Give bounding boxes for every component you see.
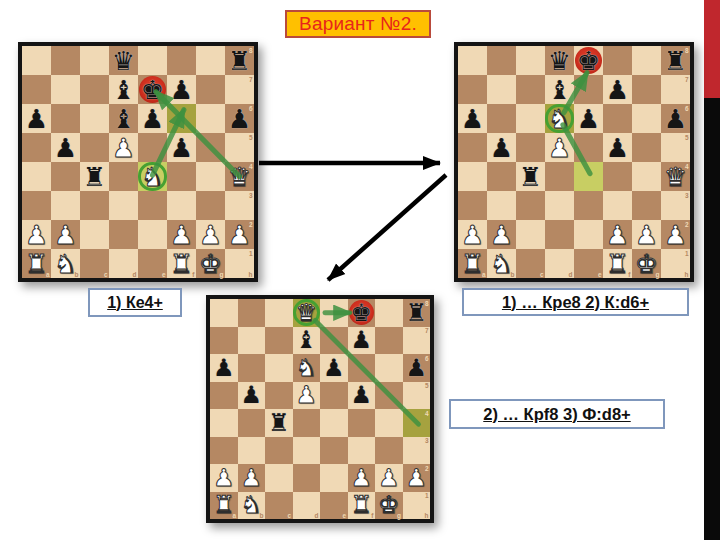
square-b6 bbox=[51, 104, 80, 133]
black-king-e7: ♚ bbox=[141, 77, 164, 103]
square-b2: ♟ bbox=[487, 220, 516, 249]
square-f8 bbox=[167, 46, 196, 75]
square-c7 bbox=[516, 75, 545, 104]
square-e5 bbox=[138, 133, 167, 162]
black-rook-h8: ♜ bbox=[664, 48, 687, 74]
square-c6 bbox=[265, 354, 293, 382]
square-f6 bbox=[603, 104, 632, 133]
white-knight-b1: ♞ bbox=[240, 493, 262, 517]
square-h6: ♟6 bbox=[225, 104, 254, 133]
black-bishop-d7: ♝ bbox=[295, 328, 317, 352]
white-pawn-b2: ♟ bbox=[240, 466, 262, 490]
square-d4 bbox=[545, 162, 574, 191]
square-b4 bbox=[51, 162, 80, 191]
black-pawn-e6: ♟ bbox=[323, 356, 345, 380]
square-b7 bbox=[487, 75, 516, 104]
square-a1: ♜a bbox=[458, 249, 487, 278]
square-a8 bbox=[458, 46, 487, 75]
square-f6 bbox=[167, 104, 196, 133]
square-a8 bbox=[22, 46, 51, 75]
square-e8 bbox=[320, 299, 348, 327]
white-pawn-h2: ♟ bbox=[664, 222, 687, 248]
square-d5: ♟ bbox=[545, 133, 574, 162]
black-rook-c4: ♜ bbox=[83, 164, 106, 190]
rank-coordinate-label: 7 bbox=[249, 76, 253, 83]
square-g2: ♟ bbox=[375, 464, 403, 492]
square-b6 bbox=[487, 104, 516, 133]
square-f3 bbox=[603, 191, 632, 220]
move-caption-2: 1) … Кре8 2) К:d6+ bbox=[462, 288, 689, 316]
square-h6: ♟6 bbox=[661, 104, 690, 133]
move-caption-3: 2) … Кpf8 3) Ф:d8+ bbox=[449, 399, 665, 429]
square-d3 bbox=[293, 437, 321, 465]
white-pawn-a2: ♟ bbox=[213, 466, 235, 490]
white-rook-f1: ♜ bbox=[350, 493, 372, 517]
rank-coordinate-label: 3 bbox=[685, 192, 689, 199]
square-f7: ♟ bbox=[348, 327, 376, 355]
square-e8 bbox=[138, 46, 167, 75]
file-coordinate-label: e bbox=[598, 271, 602, 278]
white-king-g1: ♚ bbox=[635, 251, 658, 277]
square-b1: ♞b bbox=[238, 492, 266, 520]
square-h2: ♟2 bbox=[403, 464, 431, 492]
square-d5: ♟ bbox=[109, 133, 138, 162]
square-c4: ♜ bbox=[80, 162, 109, 191]
square-b3 bbox=[487, 191, 516, 220]
square-a6: ♟ bbox=[22, 104, 51, 133]
square-h3: 3 bbox=[225, 191, 254, 220]
square-d7: ♝ bbox=[293, 327, 321, 355]
square-d1: d bbox=[293, 492, 321, 520]
square-a1: ♜a bbox=[22, 249, 51, 278]
square-c3 bbox=[265, 437, 293, 465]
flow-arrow-2 bbox=[328, 175, 446, 280]
white-knight-b1: ♞ bbox=[54, 251, 77, 277]
square-f1: ♜f bbox=[167, 249, 196, 278]
square-h8: ♜8 bbox=[403, 299, 431, 327]
black-pawn-f7: ♟ bbox=[170, 77, 193, 103]
square-g8 bbox=[632, 46, 661, 75]
square-b4 bbox=[487, 162, 516, 191]
rank-coordinate-label: 5 bbox=[249, 134, 253, 141]
file-coordinate-label: h bbox=[425, 512, 429, 519]
square-b3 bbox=[238, 437, 266, 465]
slide: Вариант №2. ♛♜8♝♚♟7♟♝♟♟6♟♟♟5♜♞♛43♟♟♟♟♟2♜… bbox=[0, 0, 720, 540]
square-a3 bbox=[22, 191, 51, 220]
square-f2: ♟ bbox=[167, 220, 196, 249]
square-a2: ♟ bbox=[210, 464, 238, 492]
square-a3 bbox=[458, 191, 487, 220]
black-pawn-f5: ♟ bbox=[350, 383, 372, 407]
square-d6: ♞ bbox=[293, 354, 321, 382]
white-pawn-g2: ♟ bbox=[635, 222, 658, 248]
square-f1: ♜f bbox=[348, 492, 376, 520]
square-f7: ♟ bbox=[167, 75, 196, 104]
square-d8: ♛ bbox=[109, 46, 138, 75]
file-coordinate-label: e bbox=[342, 512, 346, 519]
white-rook-f1: ♜ bbox=[170, 251, 193, 277]
square-d7: ♝ bbox=[545, 75, 574, 104]
square-d3 bbox=[545, 191, 574, 220]
square-d2 bbox=[293, 464, 321, 492]
square-g7 bbox=[632, 75, 661, 104]
square-h4: ♛4 bbox=[225, 162, 254, 191]
rank-coordinate-label: 3 bbox=[249, 192, 253, 199]
square-g8 bbox=[375, 299, 403, 327]
square-e2 bbox=[138, 220, 167, 249]
white-pawn-f2: ♟ bbox=[350, 466, 372, 490]
black-bishop-d7: ♝ bbox=[548, 77, 571, 103]
black-pawn-f5: ♟ bbox=[606, 135, 629, 161]
white-pawn-a2: ♟ bbox=[25, 222, 48, 248]
black-accent-bar bbox=[704, 98, 720, 540]
square-e7 bbox=[320, 327, 348, 355]
green-circle-annotation bbox=[293, 299, 320, 326]
square-a3 bbox=[210, 437, 238, 465]
square-e3 bbox=[574, 191, 603, 220]
file-coordinate-label: d bbox=[315, 512, 319, 519]
square-b5: ♟ bbox=[51, 133, 80, 162]
square-f7: ♟ bbox=[603, 75, 632, 104]
slide-title-box: Вариант №2. bbox=[285, 10, 431, 38]
square-e6: ♟ bbox=[138, 104, 167, 133]
rank-coordinate-label: 3 bbox=[425, 437, 429, 444]
square-e1: e bbox=[320, 492, 348, 520]
square-d8: ♛ bbox=[545, 46, 574, 75]
square-g4 bbox=[196, 162, 225, 191]
white-king-g1: ♚ bbox=[378, 493, 400, 517]
rank-coordinate-label: 1 bbox=[685, 250, 689, 257]
rank-coordinate-label: 4 bbox=[425, 410, 429, 417]
white-pawn-d5: ♟ bbox=[548, 135, 571, 161]
square-h4: 4 bbox=[403, 409, 431, 437]
square-h8: ♜8 bbox=[225, 46, 254, 75]
black-rook-c4: ♜ bbox=[519, 164, 542, 190]
black-rook-c4: ♜ bbox=[268, 411, 290, 435]
square-g1: ♚g bbox=[375, 492, 403, 520]
square-a4 bbox=[210, 409, 238, 437]
square-d6: ♝ bbox=[109, 104, 138, 133]
square-c3 bbox=[516, 191, 545, 220]
chess-board-2: ♛♚♜8♝♟7♟♞♟♟6♟♟♟5♜♛43♟♟♟♟♟2♜a♞bcde♜f♚gh1 bbox=[454, 42, 694, 282]
white-pawn-h2: ♟ bbox=[228, 222, 251, 248]
white-pawn-f2: ♟ bbox=[170, 222, 193, 248]
square-f4 bbox=[603, 162, 632, 191]
square-a2: ♟ bbox=[458, 220, 487, 249]
square-e4 bbox=[574, 162, 603, 191]
square-e4: ♞ bbox=[138, 162, 167, 191]
square-f5: ♟ bbox=[167, 133, 196, 162]
file-coordinate-label: c bbox=[287, 512, 291, 519]
square-b8 bbox=[487, 46, 516, 75]
square-h6: ♟6 bbox=[403, 354, 431, 382]
square-b1: ♞b bbox=[487, 249, 516, 278]
white-pawn-b2: ♟ bbox=[54, 222, 77, 248]
file-coordinate-label: c bbox=[540, 271, 544, 278]
white-knight-b1: ♞ bbox=[490, 251, 513, 277]
square-b3 bbox=[51, 191, 80, 220]
square-b5: ♟ bbox=[487, 133, 516, 162]
square-e6: ♟ bbox=[574, 104, 603, 133]
file-coordinate-label: e bbox=[162, 271, 166, 278]
square-d5: ♟ bbox=[293, 382, 321, 410]
square-h5: 5 bbox=[661, 133, 690, 162]
square-d4 bbox=[293, 409, 321, 437]
white-rook-a1: ♜ bbox=[461, 251, 484, 277]
square-c2 bbox=[80, 220, 109, 249]
rank-coordinate-label: 7 bbox=[685, 76, 689, 83]
square-g6 bbox=[632, 104, 661, 133]
black-pawn-f7: ♟ bbox=[606, 77, 629, 103]
white-king-g1: ♚ bbox=[199, 251, 222, 277]
file-coordinate-label: d bbox=[569, 271, 573, 278]
square-f8 bbox=[603, 46, 632, 75]
square-c2 bbox=[265, 464, 293, 492]
square-a8 bbox=[210, 299, 238, 327]
square-g6 bbox=[196, 104, 225, 133]
square-c5 bbox=[516, 133, 545, 162]
red-accent-bar bbox=[704, 0, 720, 98]
square-e3 bbox=[138, 191, 167, 220]
square-b7 bbox=[51, 75, 80, 104]
black-pawn-h6: ♟ bbox=[664, 106, 687, 132]
rank-coordinate-label: 5 bbox=[685, 134, 689, 141]
square-a5 bbox=[22, 133, 51, 162]
square-h4: ♛4 bbox=[661, 162, 690, 191]
square-e5 bbox=[320, 382, 348, 410]
green-circle-annotation bbox=[138, 162, 166, 190]
square-e5 bbox=[574, 133, 603, 162]
black-pawn-a6: ♟ bbox=[25, 106, 48, 132]
black-bishop-d7: ♝ bbox=[112, 77, 135, 103]
rank-coordinate-label: 1 bbox=[249, 250, 253, 257]
white-rook-a1: ♜ bbox=[25, 251, 48, 277]
white-rook-a1: ♜ bbox=[213, 493, 235, 517]
square-f3 bbox=[348, 437, 376, 465]
square-b5: ♟ bbox=[238, 382, 266, 410]
square-c2 bbox=[516, 220, 545, 249]
square-h1: h1 bbox=[403, 492, 431, 520]
square-f4 bbox=[348, 409, 376, 437]
square-f8: ♚ bbox=[348, 299, 376, 327]
move-caption-1-text: 1) Ке4+ bbox=[107, 294, 163, 312]
white-pawn-g2: ♟ bbox=[199, 222, 222, 248]
white-pawn-d5: ♟ bbox=[295, 383, 317, 407]
square-c5 bbox=[265, 382, 293, 410]
square-g7 bbox=[375, 327, 403, 355]
square-e7 bbox=[574, 75, 603, 104]
file-coordinate-label: c bbox=[104, 271, 108, 278]
square-h2: ♟2 bbox=[661, 220, 690, 249]
black-king-e8: ♚ bbox=[577, 48, 600, 74]
file-coordinate-label: h bbox=[249, 271, 253, 278]
white-pawn-a2: ♟ bbox=[461, 222, 484, 248]
square-f6 bbox=[348, 354, 376, 382]
square-a7 bbox=[210, 327, 238, 355]
file-coordinate-label: h bbox=[685, 271, 689, 278]
black-queen-d8: ♛ bbox=[548, 48, 571, 74]
square-d4 bbox=[109, 162, 138, 191]
square-b2: ♟ bbox=[238, 464, 266, 492]
square-c6 bbox=[80, 104, 109, 133]
square-d3 bbox=[109, 191, 138, 220]
square-a4 bbox=[458, 162, 487, 191]
square-g4 bbox=[375, 409, 403, 437]
square-b6 bbox=[238, 354, 266, 382]
white-knight-d6: ♞ bbox=[295, 356, 317, 380]
square-e1: e bbox=[574, 249, 603, 278]
rank-coordinate-label: 1 bbox=[425, 492, 429, 499]
black-pawn-b5: ♟ bbox=[240, 383, 262, 407]
square-h3: 3 bbox=[661, 191, 690, 220]
chess-board-3: ♛♚♜8♝♟7♟♞♟♟6♟♟♟5♜43♟♟♟♟♟2♜a♞bcde♜f♚gh1 bbox=[206, 295, 434, 523]
square-a2: ♟ bbox=[22, 220, 51, 249]
square-b7 bbox=[238, 327, 266, 355]
square-e3 bbox=[320, 437, 348, 465]
rank-coordinate-label: 7 bbox=[425, 327, 429, 334]
square-g1: ♚g bbox=[196, 249, 225, 278]
chess-board-1: ♛♜8♝♚♟7♟♝♟♟6♟♟♟5♜♞♛43♟♟♟♟♟2♜a♞bcde♜f♚gh1 bbox=[18, 42, 258, 282]
square-a7 bbox=[458, 75, 487, 104]
square-h2: ♟2 bbox=[225, 220, 254, 249]
square-a6: ♟ bbox=[458, 104, 487, 133]
square-g8 bbox=[196, 46, 225, 75]
square-f4 bbox=[167, 162, 196, 191]
square-c1: c bbox=[516, 249, 545, 278]
white-pawn-g2: ♟ bbox=[378, 466, 400, 490]
square-e1: e bbox=[138, 249, 167, 278]
black-pawn-e6: ♟ bbox=[141, 106, 164, 132]
white-pawn-b2: ♟ bbox=[490, 222, 513, 248]
square-g5 bbox=[375, 382, 403, 410]
square-h1: h1 bbox=[225, 249, 254, 278]
square-h8: ♜8 bbox=[661, 46, 690, 75]
square-c1: c bbox=[80, 249, 109, 278]
black-pawn-b5: ♟ bbox=[490, 135, 513, 161]
black-bishop-d6: ♝ bbox=[112, 106, 135, 132]
square-d1: d bbox=[109, 249, 138, 278]
square-a7 bbox=[22, 75, 51, 104]
black-pawn-a6: ♟ bbox=[461, 106, 484, 132]
black-pawn-h6: ♟ bbox=[228, 106, 251, 132]
square-g7 bbox=[196, 75, 225, 104]
square-h7: 7 bbox=[661, 75, 690, 104]
white-pawn-h2: ♟ bbox=[405, 466, 427, 490]
square-b8 bbox=[51, 46, 80, 75]
square-b1: ♞b bbox=[51, 249, 80, 278]
white-queen-h4: ♛ bbox=[664, 164, 687, 190]
square-e8: ♚ bbox=[574, 46, 603, 75]
square-a4 bbox=[22, 162, 51, 191]
square-h7: 7 bbox=[403, 327, 431, 355]
square-f5: ♟ bbox=[348, 382, 376, 410]
square-c8 bbox=[265, 299, 293, 327]
move-caption-3-text: 2) … Кpf8 3) Ф:d8+ bbox=[483, 405, 630, 424]
square-g2: ♟ bbox=[196, 220, 225, 249]
square-b8 bbox=[238, 299, 266, 327]
square-d7: ♝ bbox=[109, 75, 138, 104]
square-c8 bbox=[516, 46, 545, 75]
square-g4 bbox=[632, 162, 661, 191]
square-h7: 7 bbox=[225, 75, 254, 104]
square-c4: ♜ bbox=[265, 409, 293, 437]
black-pawn-f7: ♟ bbox=[350, 328, 372, 352]
square-a1: ♜a bbox=[210, 492, 238, 520]
square-h5: 5 bbox=[403, 382, 431, 410]
square-g3 bbox=[196, 191, 225, 220]
square-g3 bbox=[375, 437, 403, 465]
square-g2: ♟ bbox=[632, 220, 661, 249]
black-queen-d8: ♛ bbox=[112, 48, 135, 74]
black-rook-h8: ♜ bbox=[405, 301, 427, 325]
white-pawn-f2: ♟ bbox=[606, 222, 629, 248]
square-g1: ♚g bbox=[632, 249, 661, 278]
square-e2 bbox=[320, 464, 348, 492]
square-e2 bbox=[574, 220, 603, 249]
square-d2 bbox=[545, 220, 574, 249]
square-f5: ♟ bbox=[603, 133, 632, 162]
file-coordinate-label: d bbox=[133, 271, 137, 278]
square-d6: ♞ bbox=[545, 104, 574, 133]
white-rook-f1: ♜ bbox=[606, 251, 629, 277]
square-c1: c bbox=[265, 492, 293, 520]
square-c3 bbox=[80, 191, 109, 220]
slide-title: Вариант №2. bbox=[299, 13, 417, 35]
square-g6 bbox=[375, 354, 403, 382]
square-b2: ♟ bbox=[51, 220, 80, 249]
move-caption-2-text: 1) … Кре8 2) К:d6+ bbox=[502, 293, 649, 312]
square-h1: h1 bbox=[661, 249, 690, 278]
square-a5 bbox=[458, 133, 487, 162]
square-g3 bbox=[632, 191, 661, 220]
square-f1: ♜f bbox=[603, 249, 632, 278]
green-circle-annotation bbox=[545, 104, 573, 132]
square-h5: 5 bbox=[225, 133, 254, 162]
black-pawn-e6: ♟ bbox=[577, 106, 600, 132]
square-h3: 3 bbox=[403, 437, 431, 465]
square-e6: ♟ bbox=[320, 354, 348, 382]
square-e4 bbox=[320, 409, 348, 437]
square-c6 bbox=[516, 104, 545, 133]
square-c4: ♜ bbox=[516, 162, 545, 191]
white-queen-h4: ♛ bbox=[228, 164, 251, 190]
square-c7 bbox=[265, 327, 293, 355]
square-c5 bbox=[80, 133, 109, 162]
square-a6: ♟ bbox=[210, 354, 238, 382]
black-king-f8: ♚ bbox=[350, 301, 372, 325]
square-d2 bbox=[109, 220, 138, 249]
square-d8: ♛ bbox=[293, 299, 321, 327]
black-pawn-h6: ♟ bbox=[405, 356, 427, 380]
square-f3 bbox=[167, 191, 196, 220]
square-c8 bbox=[80, 46, 109, 75]
square-c7 bbox=[80, 75, 109, 104]
square-e7: ♚ bbox=[138, 75, 167, 104]
square-d1: d bbox=[545, 249, 574, 278]
black-pawn-b5: ♟ bbox=[54, 135, 77, 161]
square-a5 bbox=[210, 382, 238, 410]
white-pawn-d5: ♟ bbox=[112, 135, 135, 161]
square-f2: ♟ bbox=[603, 220, 632, 249]
black-pawn-a6: ♟ bbox=[213, 356, 235, 380]
square-b4 bbox=[238, 409, 266, 437]
square-g5 bbox=[196, 133, 225, 162]
square-f2: ♟ bbox=[348, 464, 376, 492]
move-caption-1: 1) Ке4+ bbox=[88, 288, 182, 317]
black-rook-h8: ♜ bbox=[228, 48, 251, 74]
rank-coordinate-label: 5 bbox=[425, 382, 429, 389]
square-g5 bbox=[632, 133, 661, 162]
